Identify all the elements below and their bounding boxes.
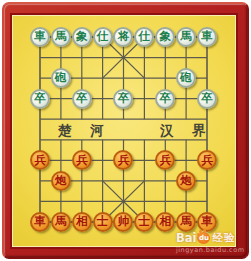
piece-red-兵[interactable]: 兵 bbox=[30, 150, 50, 170]
piece-red-馬[interactable]: 馬 bbox=[176, 212, 196, 232]
piece-black-卒[interactable]: 卒 bbox=[197, 89, 217, 109]
watermark-jingyan-label: 经验 bbox=[212, 231, 235, 245]
piece-black-卒[interactable]: 卒 bbox=[30, 89, 50, 109]
piece-black-象[interactable]: 象 bbox=[72, 27, 92, 47]
piece-black-卒[interactable]: 卒 bbox=[113, 89, 133, 109]
piece-black-車[interactable]: 車 bbox=[197, 27, 217, 47]
piece-red-兵[interactable]: 兵 bbox=[197, 150, 217, 170]
piece-black-砲[interactable]: 砲 bbox=[51, 68, 71, 88]
piece-red-炮[interactable]: 炮 bbox=[51, 171, 71, 191]
piece-red-帅[interactable]: 帅 bbox=[113, 212, 133, 232]
piece-black-馬[interactable]: 馬 bbox=[51, 27, 71, 47]
baidu-paw-text: du bbox=[199, 234, 209, 242]
piece-red-相[interactable]: 相 bbox=[72, 212, 92, 232]
baidu-paw-icon: du bbox=[197, 232, 210, 244]
piece-black-卒[interactable]: 卒 bbox=[72, 89, 92, 109]
baidu-logo-text: Bai bbox=[176, 231, 196, 245]
piece-red-相[interactable]: 相 bbox=[155, 212, 175, 232]
watermark: Bai du 经验 jingyan.baidu.com bbox=[176, 231, 248, 254]
baidu-logo: Bai du 经验 bbox=[176, 231, 248, 244]
board-grid: 車馬象仕将仕象馬車砲砲卒卒卒卒卒兵兵兵兵兵炮炮車馬相士帅士相馬車 bbox=[30, 27, 218, 232]
piece-red-馬[interactable]: 馬 bbox=[51, 212, 71, 232]
piece-red-兵[interactable]: 兵 bbox=[113, 150, 133, 170]
piece-red-士[interactable]: 士 bbox=[134, 212, 154, 232]
piece-red-車[interactable]: 車 bbox=[30, 212, 50, 232]
piece-black-仕[interactable]: 仕 bbox=[93, 27, 113, 47]
piece-red-兵[interactable]: 兵 bbox=[72, 150, 92, 170]
piece-black-車[interactable]: 車 bbox=[30, 27, 50, 47]
piece-red-士[interactable]: 士 bbox=[93, 212, 113, 232]
screen: 楚 河 汉 界 車馬象仕将仕象馬車砲砲卒卒卒卒卒兵兵兵兵兵炮炮車馬相士帅士相馬車… bbox=[0, 0, 251, 261]
piece-red-兵[interactable]: 兵 bbox=[155, 150, 175, 170]
piece-black-砲[interactable]: 砲 bbox=[176, 68, 196, 88]
piece-black-象[interactable]: 象 bbox=[155, 27, 175, 47]
watermark-url: jingyan.baidu.com bbox=[176, 246, 248, 254]
piece-black-仕[interactable]: 仕 bbox=[134, 27, 154, 47]
piece-red-車[interactable]: 車 bbox=[197, 212, 217, 232]
piece-black-将[interactable]: 将 bbox=[113, 27, 133, 47]
piece-black-馬[interactable]: 馬 bbox=[176, 27, 196, 47]
piece-black-卒[interactable]: 卒 bbox=[155, 89, 175, 109]
piece-red-炮[interactable]: 炮 bbox=[176, 171, 196, 191]
